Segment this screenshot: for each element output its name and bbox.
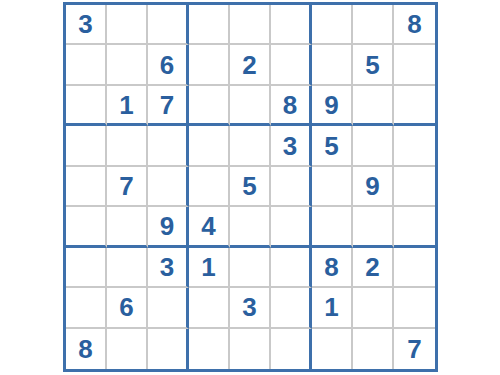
given-digit: 5 <box>324 133 338 159</box>
cell-r7c7[interactable]: 8 <box>312 248 353 288</box>
cell-r6c1[interactable] <box>66 207 107 247</box>
cell-r5c1[interactable] <box>66 167 107 207</box>
cell-r4c1[interactable] <box>66 126 107 166</box>
cell-r8c8[interactable] <box>353 288 394 328</box>
cell-r2c9[interactable] <box>394 45 435 85</box>
given-digit: 8 <box>283 92 297 118</box>
cell-r4c5[interactable] <box>230 126 271 166</box>
cell-r7c6[interactable] <box>271 248 312 288</box>
cell-r1c9[interactable]: 8 <box>394 5 435 45</box>
given-digit: 7 <box>407 336 421 362</box>
given-digit: 4 <box>201 213 215 239</box>
page-background: 3862517893575994318263187 <box>0 0 500 375</box>
given-digit: 8 <box>324 254 338 280</box>
cell-r2c3[interactable]: 6 <box>148 45 189 85</box>
cell-r8c6[interactable] <box>271 288 312 328</box>
cell-r3c1[interactable] <box>66 86 107 126</box>
cell-r9c7[interactable] <box>312 329 353 369</box>
given-digit: 5 <box>365 52 379 78</box>
cell-r9c4[interactable] <box>189 329 230 369</box>
cell-r9c1[interactable]: 8 <box>66 329 107 369</box>
cell-r8c9[interactable] <box>394 288 435 328</box>
cell-r1c7[interactable] <box>312 5 353 45</box>
cell-r4c7[interactable]: 5 <box>312 126 353 166</box>
cell-r3c8[interactable] <box>353 86 394 126</box>
cell-r3c3[interactable]: 7 <box>148 86 189 126</box>
cell-r5c2[interactable]: 7 <box>107 167 148 207</box>
given-digit: 6 <box>160 52 174 78</box>
cell-r8c5[interactable]: 3 <box>230 288 271 328</box>
cell-r7c1[interactable] <box>66 248 107 288</box>
given-digit: 6 <box>119 294 133 320</box>
cell-r5c8[interactable]: 9 <box>353 167 394 207</box>
cell-r9c6[interactable] <box>271 329 312 369</box>
given-digit: 3 <box>160 254 174 280</box>
cell-r4c4[interactable] <box>189 126 230 166</box>
cell-r2c8[interactable]: 5 <box>353 45 394 85</box>
cell-r8c4[interactable] <box>189 288 230 328</box>
cell-r8c7[interactable]: 1 <box>312 288 353 328</box>
cell-r3c7[interactable]: 9 <box>312 86 353 126</box>
cell-r3c6[interactable]: 8 <box>271 86 312 126</box>
given-digit: 1 <box>119 92 133 118</box>
cell-r9c5[interactable] <box>230 329 271 369</box>
cell-r1c1[interactable]: 3 <box>66 5 107 45</box>
cell-r7c9[interactable] <box>394 248 435 288</box>
cell-r2c1[interactable] <box>66 45 107 85</box>
cell-r6c8[interactable] <box>353 207 394 247</box>
cell-r5c5[interactable]: 5 <box>230 167 271 207</box>
cell-r2c4[interactable] <box>189 45 230 85</box>
cell-r5c4[interactable] <box>189 167 230 207</box>
given-digit: 9 <box>365 173 379 199</box>
cell-r5c3[interactable] <box>148 167 189 207</box>
cell-r4c8[interactable] <box>353 126 394 166</box>
cell-r9c2[interactable] <box>107 329 148 369</box>
given-digit: 2 <box>365 254 379 280</box>
cell-r6c6[interactable] <box>271 207 312 247</box>
cell-r8c2[interactable]: 6 <box>107 288 148 328</box>
given-digit: 1 <box>201 254 215 280</box>
cell-r9c8[interactable] <box>353 329 394 369</box>
given-digit: 5 <box>242 173 256 199</box>
given-digit: 7 <box>160 92 174 118</box>
cell-r1c2[interactable] <box>107 5 148 45</box>
cell-r7c5[interactable] <box>230 248 271 288</box>
cell-r9c3[interactable] <box>148 329 189 369</box>
given-digit: 7 <box>119 173 133 199</box>
cell-r3c4[interactable] <box>189 86 230 126</box>
cell-r2c6[interactable] <box>271 45 312 85</box>
cell-r6c7[interactable] <box>312 207 353 247</box>
cell-r3c2[interactable]: 1 <box>107 86 148 126</box>
cell-r6c9[interactable] <box>394 207 435 247</box>
cell-r3c5[interactable] <box>230 86 271 126</box>
given-digit: 1 <box>324 294 338 320</box>
cell-r9c9[interactable]: 7 <box>394 329 435 369</box>
cell-r8c1[interactable] <box>66 288 107 328</box>
cell-r1c6[interactable] <box>271 5 312 45</box>
given-digit: 3 <box>242 294 256 320</box>
given-digit: 9 <box>324 92 338 118</box>
cell-r5c7[interactable] <box>312 167 353 207</box>
given-digit: 9 <box>160 213 174 239</box>
cell-r7c3[interactable]: 3 <box>148 248 189 288</box>
given-digit: 3 <box>78 11 92 37</box>
cell-r5c6[interactable] <box>271 167 312 207</box>
cell-r1c4[interactable] <box>189 5 230 45</box>
cell-r6c3[interactable]: 9 <box>148 207 189 247</box>
cell-r4c6[interactable]: 3 <box>271 126 312 166</box>
given-digit: 8 <box>78 336 92 362</box>
cell-r7c8[interactable]: 2 <box>353 248 394 288</box>
given-digit: 8 <box>407 11 421 37</box>
cell-r5c9[interactable] <box>394 167 435 207</box>
cell-r7c2[interactable] <box>107 248 148 288</box>
cell-r3c9[interactable] <box>394 86 435 126</box>
cell-r4c9[interactable] <box>394 126 435 166</box>
cell-r4c3[interactable] <box>148 126 189 166</box>
cell-r7c4[interactable]: 1 <box>189 248 230 288</box>
given-digit: 2 <box>242 52 256 78</box>
cell-r2c7[interactable] <box>312 45 353 85</box>
sudoku-board: 3862517893575994318263187 <box>63 2 438 372</box>
cell-r4c2[interactable] <box>107 126 148 166</box>
cell-r6c2[interactable] <box>107 207 148 247</box>
cell-r2c5[interactable]: 2 <box>230 45 271 85</box>
cell-r8c3[interactable] <box>148 288 189 328</box>
cell-r6c5[interactable] <box>230 207 271 247</box>
cell-r6c4[interactable]: 4 <box>189 207 230 247</box>
cell-r1c5[interactable] <box>230 5 271 45</box>
cell-r2c2[interactable] <box>107 45 148 85</box>
given-digit: 3 <box>283 133 297 159</box>
cell-r1c3[interactable] <box>148 5 189 45</box>
cell-r1c8[interactable] <box>353 5 394 45</box>
